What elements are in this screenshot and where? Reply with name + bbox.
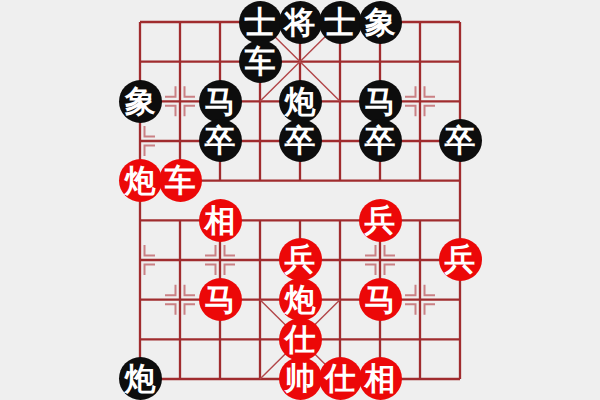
piece-black-general[interactable]: 将 bbox=[279, 1, 322, 44]
piece-black-soldier-2[interactable]: 卒 bbox=[279, 119, 322, 162]
piece-black-soldier-4[interactable]: 卒 bbox=[439, 119, 482, 162]
piece-red-horse-left[interactable]: 马 bbox=[199, 278, 242, 321]
piece-black-advisor-right[interactable]: 士 bbox=[319, 1, 362, 44]
pieces-layer: 士将士象车象马炮马卒卒卒卒炮车相兵兵兵马炮马仕炮帅仕相 bbox=[120, 2, 480, 399]
piece-black-cannon-corner[interactable]: 炮 bbox=[119, 357, 162, 400]
piece-black-elephant-left[interactable]: 象 bbox=[119, 80, 162, 123]
piece-black-cannon-center[interactable]: 炮 bbox=[279, 80, 322, 123]
piece-red-elephant-right[interactable]: 相 bbox=[359, 357, 402, 400]
piece-black-horse-left[interactable]: 马 bbox=[199, 80, 242, 123]
piece-black-chariot[interactable]: 车 bbox=[239, 40, 282, 83]
piece-black-soldier-3[interactable]: 卒 bbox=[359, 119, 402, 162]
piece-black-advisor-left[interactable]: 士 bbox=[239, 1, 282, 44]
piece-black-soldier-1[interactable]: 卒 bbox=[199, 119, 242, 162]
piece-black-horse-right[interactable]: 马 bbox=[359, 80, 402, 123]
piece-black-elephant-right[interactable]: 象 bbox=[359, 1, 402, 44]
piece-red-chariot[interactable]: 车 bbox=[159, 159, 202, 202]
piece-red-cannon-center[interactable]: 炮 bbox=[279, 278, 322, 321]
piece-red-cannon-left[interactable]: 炮 bbox=[119, 159, 162, 202]
piece-red-elephant-left[interactable]: 相 bbox=[199, 199, 242, 242]
piece-red-advisor-center[interactable]: 仕 bbox=[279, 318, 322, 361]
piece-red-general[interactable]: 帅 bbox=[279, 357, 322, 400]
piece-red-advisor-right[interactable]: 仕 bbox=[319, 357, 362, 400]
piece-red-soldier-2[interactable]: 兵 bbox=[279, 238, 322, 281]
piece-red-soldier-1[interactable]: 兵 bbox=[359, 199, 402, 242]
piece-red-soldier-3[interactable]: 兵 bbox=[439, 238, 482, 281]
xiangqi-board: 士将士象车象马炮马卒卒卒卒炮车相兵兵兵马炮马仕炮帅仕相 bbox=[0, 0, 600, 400]
piece-red-horse-right[interactable]: 马 bbox=[359, 278, 402, 321]
